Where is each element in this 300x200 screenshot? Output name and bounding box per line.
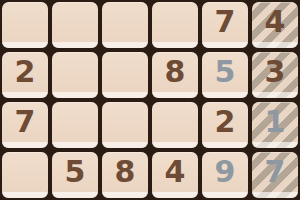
cell-r4c2[interactable]: 5 (52, 152, 98, 198)
cell-value: 4 (165, 157, 186, 187)
cell-r3c2[interactable] (52, 102, 98, 148)
cell-r1c2[interactable] (52, 2, 98, 48)
cell-value: 7 (265, 157, 286, 187)
cell-r1c3[interactable] (102, 2, 148, 48)
cell-r1c5[interactable]: 7 (202, 2, 248, 48)
cell-value: 4 (265, 7, 286, 37)
cell-r1c4[interactable] (152, 2, 198, 48)
cell-value: 7 (15, 107, 36, 137)
cell-value: 5 (215, 57, 236, 87)
cell-r4c4[interactable]: 4 (152, 152, 198, 198)
cell-r3c4[interactable] (152, 102, 198, 148)
cell-value: 8 (165, 57, 186, 87)
cell-value: 5 (65, 157, 86, 187)
cell-value: 7 (215, 7, 236, 37)
cell-r4c5[interactable]: 9 (202, 152, 248, 198)
cell-r4c3[interactable]: 8 (102, 152, 148, 198)
cell-r3c1[interactable]: 7 (2, 102, 48, 148)
cell-r4c1[interactable] (2, 152, 48, 198)
cell-r2c3[interactable] (102, 52, 148, 98)
cell-r3c3[interactable] (102, 102, 148, 148)
cell-value: 2 (15, 57, 36, 87)
cell-value: 9 (215, 157, 236, 187)
cell-value: 1 (265, 107, 286, 137)
cell-r3c5[interactable]: 2 (202, 102, 248, 148)
cell-r2c4[interactable]: 8 (152, 52, 198, 98)
cell-r2c2[interactable] (52, 52, 98, 98)
cell-r2c6[interactable]: 3 (252, 52, 298, 98)
cell-r3c6[interactable]: 1 (252, 102, 298, 148)
cell-r1c1[interactable] (2, 2, 48, 48)
cell-value: 2 (215, 107, 236, 137)
cell-value: 8 (115, 157, 136, 187)
cell-r4c6[interactable]: 7 (252, 152, 298, 198)
cell-r1c6[interactable]: 4 (252, 2, 298, 48)
cell-r2c5[interactable]: 5 (202, 52, 248, 98)
cell-value: 3 (265, 57, 286, 87)
sudoku-board: 74285372158497 (0, 0, 300, 200)
cell-r2c1[interactable]: 2 (2, 52, 48, 98)
